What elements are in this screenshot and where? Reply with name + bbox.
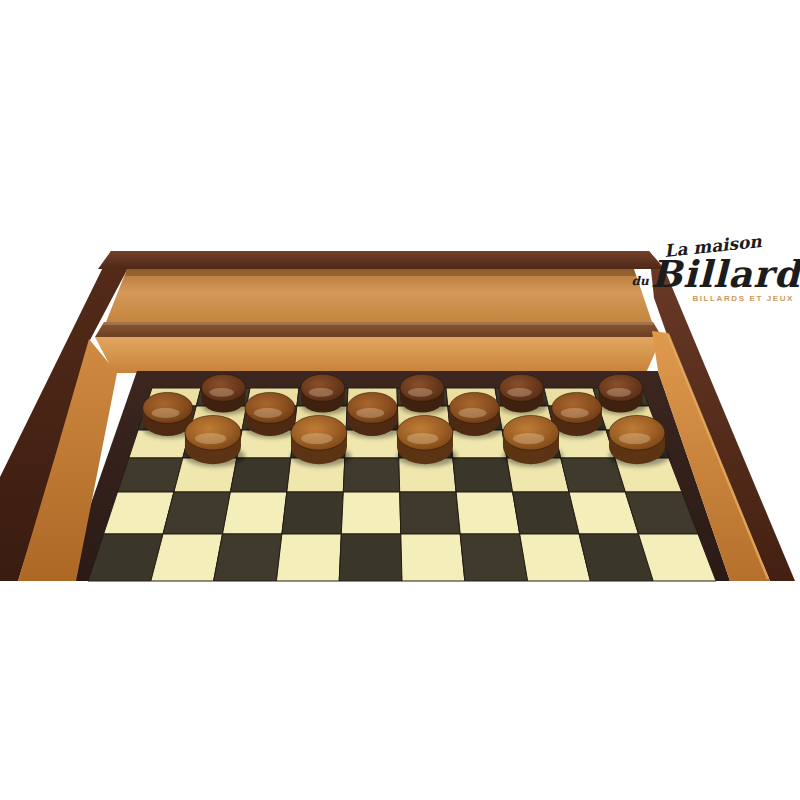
board-square-r5c1: [151, 534, 223, 581]
checker-piece-r2c5: [397, 415, 453, 450]
lid-panel: [106, 269, 652, 322]
piece-gloss-r1c6: [458, 408, 486, 418]
checker-piece-r2c3: [291, 415, 347, 450]
piece-gloss-r1c2: [254, 408, 282, 418]
board-square-r4c2: [223, 492, 287, 534]
piece-gloss-r2c1: [195, 433, 226, 444]
board-square-r5c6: [460, 534, 527, 581]
board-square-r3c0: [118, 458, 183, 492]
checker-piece-r1c2: [245, 392, 295, 423]
product-photo: La maison du Billard BILLARDS ET JEUX: [0, 0, 800, 800]
checker-piece-r2c1: [185, 415, 241, 450]
piece-gloss-r2c3: [301, 433, 332, 444]
checker-piece-r1c6: [449, 392, 499, 423]
piece-gloss-r0c5: [408, 388, 433, 397]
piece-gloss-r2c5: [407, 433, 438, 444]
brand-logo: La maison du Billard BILLARDS ET JEUX: [632, 238, 800, 303]
checker-piece-r2c7: [503, 415, 559, 450]
board-square-r3c8: [561, 458, 626, 492]
brand-subtitle: BILLARDS ET JEUX: [632, 295, 800, 303]
checker-piece-r2c9: [609, 415, 665, 450]
board-square-r5c3: [276, 534, 341, 581]
divider-edge-highlight: [103, 322, 653, 325]
piece-gloss-r0c9: [607, 388, 632, 397]
draughts-box-photo: [0, 0, 800, 800]
top-bar: [98, 251, 662, 269]
board-square-r3c2: [230, 458, 290, 492]
board-square-r4c5: [400, 492, 461, 534]
brand-line2: du: [632, 275, 649, 287]
lid-top-shadow: [125, 269, 636, 276]
checker-piece-r0c9: [599, 374, 643, 401]
piece-gloss-r2c7: [513, 433, 544, 444]
checker-piece-r0c7: [499, 374, 543, 401]
board-square-r4c1: [163, 492, 230, 534]
board-square-r5c4: [339, 534, 402, 581]
piece-gloss-r2c9: [619, 433, 650, 444]
board-square-r4c7: [513, 492, 580, 534]
piece-gloss-r1c8: [561, 408, 589, 418]
checker-piece-r0c3: [301, 374, 345, 401]
piece-gloss-r0c7: [507, 388, 532, 397]
checker-piece-r1c0: [143, 392, 193, 423]
inner-wall: [95, 337, 662, 373]
board-square-r4c6: [456, 492, 520, 534]
board-square-r5c2: [214, 534, 282, 581]
board-square-r4c3: [282, 492, 343, 534]
piece-gloss-r1c0: [152, 408, 180, 418]
checker-piece-r0c1: [201, 374, 245, 401]
board-square-r5c7: [520, 534, 591, 581]
board-square-r5c5: [401, 534, 465, 581]
checker-piece-r0c5: [400, 374, 444, 401]
checker-piece-r1c4: [347, 392, 397, 423]
piece-gloss-r0c1: [209, 388, 234, 397]
piece-gloss-r1c4: [356, 408, 384, 418]
board-square-r3c4: [343, 458, 399, 492]
checker-piece-r1c8: [552, 392, 602, 423]
piece-gloss-r0c3: [309, 388, 334, 397]
brand-line3: Billard: [651, 256, 800, 293]
board-square-r3c6: [453, 458, 513, 492]
board-square-r4c4: [341, 492, 401, 534]
